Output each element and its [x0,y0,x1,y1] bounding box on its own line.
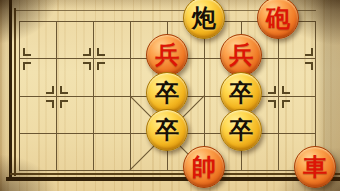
piece-black-cannon[interactable]: 炮 [183,0,225,39]
piece-black-soldier[interactable]: 卒 [220,109,262,151]
piece-black-soldier[interactable]: 卒 [220,72,262,114]
piece-red-chariot[interactable]: 車 [294,146,336,188]
piece-red-general[interactable]: 帥 [183,146,225,188]
piece-red-cannon[interactable]: 砲 [257,0,299,39]
piece-black-soldier[interactable]: 卒 [146,72,188,114]
pieces-layer: 炮砲兵兵卒卒卒卒帥車 [0,0,340,191]
piece-black-soldier[interactable]: 卒 [146,109,188,151]
xiangqi-board: 炮砲兵兵卒卒卒卒帥車 [0,0,340,191]
piece-red-soldier[interactable]: 兵 [220,34,262,76]
piece-red-soldier[interactable]: 兵 [146,34,188,76]
